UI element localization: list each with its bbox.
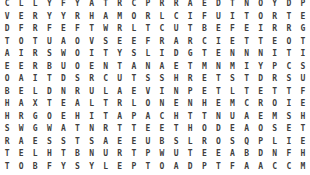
- grid-cell[interactable]: T: [197, 111, 211, 124]
- grid-cell[interactable]: P: [268, 61, 282, 74]
- grid-cell[interactable]: G: [28, 111, 42, 124]
- grid-cell[interactable]: E: [296, 136, 310, 149]
- grid-cell[interactable]: N: [56, 86, 70, 99]
- grid-cell[interactable]: A: [127, 61, 141, 74]
- grid-cell[interactable]: N: [169, 86, 183, 99]
- grid-cell[interactable]: N: [240, 0, 254, 11]
- grid-cell[interactable]: I: [14, 48, 28, 61]
- grid-cell[interactable]: S: [42, 48, 56, 61]
- grid-cell[interactable]: D: [254, 73, 268, 86]
- grid-cell[interactable]: S: [0, 123, 14, 136]
- grid-cell[interactable]: A: [99, 11, 113, 24]
- grid-cell[interactable]: F: [141, 36, 155, 49]
- grid-cell[interactable]: C: [282, 161, 296, 174]
- grid-cell[interactable]: C: [127, 0, 141, 11]
- grid-cell[interactable]: A: [14, 136, 28, 149]
- grid-cell[interactable]: M: [197, 61, 211, 74]
- grid-cell[interactable]: T: [85, 23, 99, 36]
- grid-cell[interactable]: A: [254, 161, 268, 174]
- grid-cell[interactable]: O: [0, 73, 14, 86]
- grid-cell[interactable]: D: [282, 0, 296, 11]
- grid-cell[interactable]: T: [240, 36, 254, 49]
- grid-cell[interactable]: E: [211, 48, 225, 61]
- grid-cell[interactable]: A: [169, 161, 183, 174]
- grid-cell[interactable]: S: [155, 73, 169, 86]
- grid-cell[interactable]: A: [169, 36, 183, 49]
- grid-cell[interactable]: C: [197, 36, 211, 49]
- grid-cell[interactable]: R: [268, 73, 282, 86]
- grid-cell[interactable]: T: [169, 123, 183, 136]
- grid-cell[interactable]: U: [225, 111, 239, 124]
- grid-cell[interactable]: E: [254, 111, 268, 124]
- grid-cell[interactable]: L: [28, 0, 42, 11]
- grid-cell[interactable]: R: [155, 0, 169, 11]
- grid-cell[interactable]: H: [169, 73, 183, 86]
- grid-cell[interactable]: P: [296, 0, 310, 11]
- grid-cell[interactable]: T: [99, 111, 113, 124]
- grid-cell[interactable]: E: [211, 23, 225, 36]
- grid-cell[interactable]: I: [282, 98, 296, 111]
- grid-cell[interactable]: X: [28, 98, 42, 111]
- grid-cell[interactable]: E: [225, 123, 239, 136]
- grid-cell[interactable]: S: [282, 111, 296, 124]
- grid-cell[interactable]: T: [0, 36, 14, 49]
- grid-cell[interactable]: T: [99, 98, 113, 111]
- grid-cell[interactable]: R: [254, 98, 268, 111]
- grid-cell[interactable]: R: [141, 11, 155, 24]
- grid-cell[interactable]: I: [155, 48, 169, 61]
- grid-cell[interactable]: E: [0, 61, 14, 74]
- grid-cell[interactable]: E: [240, 23, 254, 36]
- grid-cell[interactable]: T: [183, 61, 197, 74]
- grid-cell[interactable]: U: [169, 148, 183, 161]
- grid-cell[interactable]: W: [99, 23, 113, 36]
- grid-cell[interactable]: T: [70, 123, 84, 136]
- grid-cell[interactable]: A: [14, 73, 28, 86]
- grid-cell[interactable]: T: [28, 36, 42, 49]
- grid-cell[interactable]: E: [155, 123, 169, 136]
- grid-cell[interactable]: R: [197, 136, 211, 149]
- grid-cell[interactable]: O: [254, 123, 268, 136]
- grid-cell[interactable]: V: [85, 36, 99, 49]
- grid-cell[interactable]: I: [85, 111, 99, 124]
- grid-cell[interactable]: L: [14, 0, 28, 11]
- grid-cell[interactable]: R: [28, 48, 42, 61]
- grid-cell[interactable]: E: [113, 161, 127, 174]
- grid-cell[interactable]: R: [0, 136, 14, 149]
- grid-cell[interactable]: M: [296, 161, 310, 174]
- grid-cell[interactable]: S: [99, 36, 113, 49]
- grid-cell[interactable]: O: [155, 161, 169, 174]
- grid-cell[interactable]: E: [14, 148, 28, 161]
- grid-cell[interactable]: N: [211, 111, 225, 124]
- grid-cell[interactable]: E: [282, 123, 296, 136]
- grid-cell[interactable]: T: [127, 123, 141, 136]
- grid-cell[interactable]: N: [225, 48, 239, 61]
- grid-cell[interactable]: T: [141, 23, 155, 36]
- grid-cell[interactable]: A: [56, 36, 70, 49]
- grid-cell[interactable]: L: [155, 11, 169, 24]
- grid-cell[interactable]: O: [254, 0, 268, 11]
- grid-cell[interactable]: H: [70, 111, 84, 124]
- grid-cell[interactable]: T: [127, 148, 141, 161]
- grid-cell[interactable]: W: [14, 123, 28, 136]
- grid-cell[interactable]: U: [296, 73, 310, 86]
- grid-cell[interactable]: I: [211, 36, 225, 49]
- grid-cell[interactable]: A: [113, 111, 127, 124]
- grid-cell[interactable]: O: [14, 161, 28, 174]
- grid-cell[interactable]: O: [197, 123, 211, 136]
- grid-cell[interactable]: T: [42, 73, 56, 86]
- grid-cell[interactable]: E: [14, 11, 28, 24]
- grid-cell[interactable]: I: [225, 11, 239, 24]
- grid-cell[interactable]: E: [113, 136, 127, 149]
- grid-cell[interactable]: Y: [85, 161, 99, 174]
- grid-cell[interactable]: Y: [268, 0, 282, 11]
- grid-cell[interactable]: C: [155, 23, 169, 36]
- grid-cell[interactable]: N: [268, 148, 282, 161]
- grid-cell[interactable]: O: [268, 98, 282, 111]
- grid-cell[interactable]: U: [56, 61, 70, 74]
- grid-cell[interactable]: P: [197, 161, 211, 174]
- grid-cell[interactable]: E: [211, 148, 225, 161]
- grid-cell[interactable]: I: [28, 73, 42, 86]
- grid-cell[interactable]: L: [99, 86, 113, 99]
- grid-cell[interactable]: U: [141, 136, 155, 149]
- grid-cell[interactable]: T: [282, 48, 296, 61]
- grid-cell[interactable]: E: [296, 98, 310, 111]
- grid-cell[interactable]: T: [56, 148, 70, 161]
- grid-cell[interactable]: C: [169, 11, 183, 24]
- grid-cell[interactable]: A: [0, 48, 14, 61]
- grid-cell[interactable]: C: [99, 73, 113, 86]
- grid-cell[interactable]: M: [268, 111, 282, 124]
- grid-cell[interactable]: V: [0, 11, 14, 24]
- grid-cell[interactable]: T: [240, 86, 254, 99]
- grid-cell[interactable]: R: [183, 36, 197, 49]
- grid-cell[interactable]: L: [183, 136, 197, 149]
- grid-cell[interactable]: E: [14, 86, 28, 99]
- grid-cell[interactable]: E: [127, 136, 141, 149]
- grid-cell[interactable]: A: [240, 111, 254, 124]
- grid-cell[interactable]: D: [211, 0, 225, 11]
- grid-cell[interactable]: H: [183, 123, 197, 136]
- grid-cell[interactable]: C: [282, 61, 296, 74]
- grid-cell[interactable]: S: [56, 136, 70, 149]
- grid-cell[interactable]: A: [56, 123, 70, 136]
- grid-cell[interactable]: A: [99, 136, 113, 149]
- grid-cell[interactable]: B: [197, 23, 211, 36]
- grid-cell[interactable]: N: [254, 48, 268, 61]
- grid-cell[interactable]: O: [127, 11, 141, 24]
- grid-cell[interactable]: U: [99, 148, 113, 161]
- grid-cell[interactable]: T: [113, 61, 127, 74]
- grid-cell[interactable]: S: [282, 73, 296, 86]
- grid-cell[interactable]: T: [113, 123, 127, 136]
- grid-cell[interactable]: R: [28, 23, 42, 36]
- grid-cell[interactable]: A: [141, 111, 155, 124]
- grid-cell[interactable]: N: [141, 61, 155, 74]
- grid-cell[interactable]: L: [28, 86, 42, 99]
- grid-cell[interactable]: T: [211, 161, 225, 174]
- grid-cell[interactable]: E: [85, 61, 99, 74]
- grid-cell[interactable]: I: [85, 48, 99, 61]
- grid-cell[interactable]: B: [70, 148, 84, 161]
- grid-cell[interactable]: O: [70, 48, 84, 61]
- grid-cell[interactable]: Y: [254, 61, 268, 74]
- grid-cell[interactable]: D: [42, 86, 56, 99]
- grid-cell[interactable]: U: [211, 11, 225, 24]
- grid-cell[interactable]: E: [211, 98, 225, 111]
- grid-cell[interactable]: H: [0, 111, 14, 124]
- grid-cell[interactable]: E: [169, 98, 183, 111]
- grid-cell[interactable]: T: [211, 86, 225, 99]
- grid-cell[interactable]: A: [183, 0, 197, 11]
- grid-cell[interactable]: G: [296, 23, 310, 36]
- grid-cell[interactable]: S: [268, 123, 282, 136]
- grid-cell[interactable]: E: [113, 36, 127, 49]
- grid-cell[interactable]: F: [42, 23, 56, 36]
- grid-cell[interactable]: E: [197, 86, 211, 99]
- grid-cell[interactable]: L: [141, 48, 155, 61]
- grid-cell[interactable]: I: [155, 86, 169, 99]
- grid-cell[interactable]: R: [85, 73, 99, 86]
- grid-cell[interactable]: R: [169, 0, 183, 11]
- grid-cell[interactable]: O: [42, 111, 56, 124]
- grid-cell[interactable]: R: [70, 11, 84, 24]
- grid-cell[interactable]: R: [268, 11, 282, 24]
- grid-cell[interactable]: F: [70, 23, 84, 36]
- grid-cell[interactable]: E: [225, 36, 239, 49]
- grid-cell[interactable]: U: [113, 73, 127, 86]
- grid-cell[interactable]: S: [141, 73, 155, 86]
- grid-cell[interactable]: T: [42, 98, 56, 111]
- grid-cell[interactable]: R: [268, 23, 282, 36]
- grid-cell[interactable]: R: [155, 36, 169, 49]
- grid-cell[interactable]: N: [240, 48, 254, 61]
- grid-cell[interactable]: A: [14, 98, 28, 111]
- grid-cell[interactable]: N: [211, 61, 225, 74]
- grid-cell[interactable]: F: [56, 0, 70, 11]
- grid-cell[interactable]: T: [183, 148, 197, 161]
- grid-cell[interactable]: F: [14, 23, 28, 36]
- grid-cell[interactable]: W: [155, 148, 169, 161]
- grid-cell[interactable]: D: [211, 123, 225, 136]
- grid-cell[interactable]: A: [155, 61, 169, 74]
- grid-cell[interactable]: I: [282, 136, 296, 149]
- grid-cell[interactable]: H: [42, 148, 56, 161]
- grid-cell[interactable]: I: [183, 11, 197, 24]
- grid-cell[interactable]: H: [0, 98, 14, 111]
- grid-cell[interactable]: F: [296, 86, 310, 99]
- grid-cell[interactable]: T: [254, 36, 268, 49]
- grid-cell[interactable]: Q: [240, 136, 254, 149]
- grid-cell[interactable]: T: [0, 148, 14, 161]
- grid-cell[interactable]: H: [169, 111, 183, 124]
- grid-cell[interactable]: R: [113, 148, 127, 161]
- grid-cell[interactable]: W: [56, 48, 70, 61]
- grid-cell[interactable]: S: [225, 73, 239, 86]
- grid-cell[interactable]: S: [296, 61, 310, 74]
- grid-cell[interactable]: U: [42, 36, 56, 49]
- grid-cell[interactable]: T: [296, 36, 310, 49]
- grid-cell[interactable]: L: [85, 98, 99, 111]
- grid-cell[interactable]: I: [268, 48, 282, 61]
- grid-cell[interactable]: S: [70, 73, 84, 86]
- grid-cell[interactable]: M: [225, 61, 239, 74]
- grid-cell[interactable]: H: [296, 148, 310, 161]
- grid-cell[interactable]: P: [183, 86, 197, 99]
- grid-cell[interactable]: R: [113, 98, 127, 111]
- grid-cell[interactable]: E: [127, 36, 141, 49]
- grid-cell[interactable]: S: [225, 136, 239, 149]
- grid-cell[interactable]: E: [28, 136, 42, 149]
- grid-cell[interactable]: U: [85, 86, 99, 99]
- grid-cell[interactable]: T: [183, 111, 197, 124]
- grid-cell[interactable]: T: [240, 73, 254, 86]
- grid-cell[interactable]: C: [240, 98, 254, 111]
- grid-cell[interactable]: A: [225, 148, 239, 161]
- grid-cell[interactable]: A: [240, 123, 254, 136]
- grid-cell[interactable]: A: [85, 0, 99, 11]
- grid-cell[interactable]: R: [70, 86, 84, 99]
- grid-cell[interactable]: D: [169, 48, 183, 61]
- grid-cell[interactable]: D: [0, 23, 14, 36]
- grid-cell[interactable]: N: [155, 98, 169, 111]
- grid-cell[interactable]: R: [99, 123, 113, 136]
- grid-cell[interactable]: S: [127, 48, 141, 61]
- grid-cell[interactable]: O: [14, 36, 28, 49]
- grid-cell[interactable]: A: [240, 161, 254, 174]
- grid-cell[interactable]: B: [155, 136, 169, 149]
- grid-cell[interactable]: D: [183, 161, 197, 174]
- grid-cell[interactable]: T: [225, 0, 239, 11]
- grid-cell[interactable]: D: [56, 73, 70, 86]
- grid-cell[interactable]: E: [197, 73, 211, 86]
- grid-cell[interactable]: A: [70, 98, 84, 111]
- grid-cell[interactable]: P: [127, 161, 141, 174]
- grid-cell[interactable]: T: [127, 73, 141, 86]
- grid-cell[interactable]: E: [56, 111, 70, 124]
- grid-cell[interactable]: Y: [113, 48, 127, 61]
- grid-cell[interactable]: E: [56, 98, 70, 111]
- grid-cell[interactable]: R: [28, 61, 42, 74]
- grid-cell[interactable]: Y: [42, 11, 56, 24]
- grid-cell[interactable]: M: [225, 98, 239, 111]
- grid-cell[interactable]: E: [254, 86, 268, 99]
- grid-cell[interactable]: E: [268, 36, 282, 49]
- grid-cell[interactable]: E: [296, 11, 310, 24]
- grid-cell[interactable]: E: [141, 123, 155, 136]
- grid-cell[interactable]: E: [197, 148, 211, 161]
- grid-cell[interactable]: T: [99, 48, 113, 61]
- grid-cell[interactable]: I: [240, 61, 254, 74]
- grid-cell[interactable]: C: [155, 111, 169, 124]
- grid-cell[interactable]: T: [141, 161, 155, 174]
- grid-cell[interactable]: C: [268, 161, 282, 174]
- grid-cell[interactable]: R: [113, 0, 127, 11]
- grid-cell[interactable]: R: [282, 23, 296, 36]
- grid-cell[interactable]: R: [113, 23, 127, 36]
- grid-cell[interactable]: O: [254, 11, 268, 24]
- grid-cell[interactable]: L: [28, 148, 42, 161]
- grid-cell[interactable]: T: [0, 161, 14, 174]
- grid-cell[interactable]: E: [56, 23, 70, 36]
- grid-cell[interactable]: W: [42, 123, 56, 136]
- grid-cell[interactable]: L: [127, 23, 141, 36]
- grid-cell[interactable]: B: [0, 86, 14, 99]
- grid-cell[interactable]: O: [282, 36, 296, 49]
- grid-cell[interactable]: L: [225, 86, 239, 99]
- grid-cell[interactable]: O: [70, 61, 84, 74]
- grid-cell[interactable]: Y: [56, 161, 70, 174]
- grid-cell[interactable]: H: [296, 111, 310, 124]
- grid-cell[interactable]: T: [296, 123, 310, 136]
- grid-cell[interactable]: L: [99, 161, 113, 174]
- grid-cell[interactable]: O: [141, 98, 155, 111]
- grid-cell[interactable]: F: [197, 11, 211, 24]
- grid-cell[interactable]: T: [197, 48, 211, 61]
- grid-cell[interactable]: H: [197, 98, 211, 111]
- grid-cell[interactable]: U: [169, 23, 183, 36]
- grid-cell[interactable]: B: [28, 161, 42, 174]
- grid-cell[interactable]: P: [141, 0, 155, 11]
- grid-cell[interactable]: P: [254, 136, 268, 149]
- grid-cell[interactable]: P: [127, 111, 141, 124]
- grid-cell[interactable]: Y: [56, 11, 70, 24]
- grid-cell[interactable]: N: [85, 123, 99, 136]
- grid-cell[interactable]: S: [169, 136, 183, 149]
- grid-cell[interactable]: T: [282, 11, 296, 24]
- grid-cell[interactable]: G: [183, 48, 197, 61]
- grid-cell[interactable]: E: [197, 0, 211, 11]
- grid-cell[interactable]: V: [141, 86, 155, 99]
- grid-cell[interactable]: T: [183, 23, 197, 36]
- grid-cell[interactable]: F: [225, 23, 239, 36]
- grid-cell[interactable]: Y: [70, 0, 84, 11]
- grid-cell[interactable]: N: [99, 61, 113, 74]
- grid-cell[interactable]: P: [141, 148, 155, 161]
- grid-cell[interactable]: B: [240, 148, 254, 161]
- grid-cell[interactable]: H: [85, 11, 99, 24]
- grid-cell[interactable]: R: [14, 111, 28, 124]
- grid-cell[interactable]: S: [85, 136, 99, 149]
- grid-cell[interactable]: I: [296, 48, 310, 61]
- grid-cell[interactable]: S: [70, 161, 84, 174]
- grid-cell[interactable]: L: [268, 136, 282, 149]
- grid-cell[interactable]: D: [254, 148, 268, 161]
- grid-cell[interactable]: E: [14, 61, 28, 74]
- grid-cell[interactable]: I: [254, 23, 268, 36]
- grid-cell[interactable]: Y: [42, 0, 56, 11]
- grid-cell[interactable]: T: [99, 0, 113, 11]
- grid-cell[interactable]: B: [42, 61, 56, 74]
- grid-cell[interactable]: L: [127, 98, 141, 111]
- grid-cell[interactable]: N: [183, 98, 197, 111]
- grid-cell[interactable]: O: [211, 136, 225, 149]
- grid-cell[interactable]: R: [183, 73, 197, 86]
- grid-cell[interactable]: T: [282, 86, 296, 99]
- grid-cell[interactable]: E: [169, 61, 183, 74]
- grid-cell[interactable]: O: [70, 36, 84, 49]
- grid-cell[interactable]: F: [42, 161, 56, 174]
- grid-cell[interactable]: S: [42, 136, 56, 149]
- grid-cell[interactable]: R: [28, 11, 42, 24]
- grid-cell[interactable]: N: [85, 148, 99, 161]
- grid-cell[interactable]: T: [70, 136, 84, 149]
- grid-cell[interactable]: F: [282, 148, 296, 161]
- grid-cell[interactable]: T: [211, 73, 225, 86]
